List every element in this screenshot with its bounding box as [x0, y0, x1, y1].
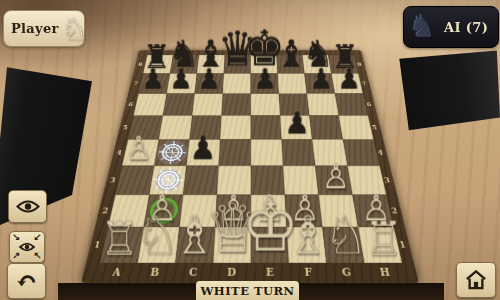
- piece-black-pawn-c7[interactable]: ♟: [197, 65, 220, 93]
- square-c6[interactable]: [192, 94, 223, 116]
- square-f8[interactable]: ♝: [276, 55, 304, 73]
- square-e5[interactable]: [251, 115, 282, 139]
- square-d4[interactable]: [219, 139, 251, 165]
- black-player-card: ♞ AI (7): [403, 6, 499, 48]
- square-g7[interactable]: ♟: [304, 74, 334, 94]
- piece-black-pawn-e7[interactable]: ♟: [253, 65, 276, 93]
- square-a7[interactable]: ♟: [139, 74, 170, 94]
- file-label-b: B: [135, 263, 176, 280]
- file-label-f: F: [289, 263, 329, 280]
- piece-black-pawn-f5[interactable]: ♟: [284, 108, 309, 139]
- square-b6[interactable]: [163, 94, 195, 116]
- piece-white-bishop-f1[interactable]: ♗: [286, 209, 329, 261]
- square-f7[interactable]: [278, 74, 307, 94]
- piece-black-pawn-g7[interactable]: ♟: [309, 65, 332, 93]
- arrow-inward-icon: ↗: [12, 251, 20, 261]
- square-e4[interactable]: [251, 139, 283, 165]
- square-h7[interactable]: ♟: [331, 74, 363, 94]
- view-toggle-button[interactable]: [8, 190, 47, 223]
- arrow-inward-icon: ↘: [12, 233, 20, 243]
- square-b5[interactable]: [159, 115, 192, 139]
- legal-move-highlight-b4[interactable]: [157, 141, 187, 163]
- square-h6[interactable]: [335, 94, 368, 116]
- square-d5[interactable]: [220, 115, 251, 139]
- square-d6[interactable]: [221, 94, 250, 116]
- square-g5[interactable]: [309, 115, 342, 139]
- square-b4[interactable]: [154, 139, 189, 165]
- piece-black-pawn-c4[interactable]: ♟: [189, 133, 216, 165]
- eye-arrows-icon: [19, 242, 35, 252]
- white-player-name: Player: [11, 21, 59, 36]
- square-h1[interactable]: ♖: [358, 227, 402, 263]
- square-d7[interactable]: [223, 74, 251, 94]
- black-knight-icon: ♞: [409, 12, 436, 42]
- file-label-g: G: [327, 263, 368, 280]
- file-label-d: D: [212, 263, 251, 280]
- piece-white-rook-h1[interactable]: ♖: [364, 216, 402, 262]
- file-label-c: C: [173, 263, 213, 280]
- white-knight-icon: ♘: [61, 14, 88, 44]
- piece-white-pawn-g3[interactable]: ♙: [321, 160, 349, 194]
- file-label-e: E: [251, 263, 290, 280]
- piece-black-pawn-b7[interactable]: ♟: [169, 65, 192, 93]
- square-a6[interactable]: [134, 94, 167, 116]
- square-c7[interactable]: ♟: [195, 74, 224, 94]
- square-b7[interactable]: ♟: [167, 74, 197, 94]
- black-player-name: AI (7): [444, 20, 488, 35]
- square-g3[interactable]: ♙: [315, 166, 352, 195]
- piece-white-knight-g1[interactable]: ♘: [324, 209, 367, 261]
- home-button[interactable]: [456, 262, 496, 298]
- square-g1[interactable]: ♘: [322, 227, 364, 263]
- undo-button[interactable]: ↶: [7, 263, 46, 299]
- undo-arrow-icon: ↶: [16, 268, 38, 294]
- file-label-h: H: [364, 263, 406, 280]
- board-frame: 87654321 87654321 ♜♞♝♛♚♝♞♜♟♟♟♟♟♟♟♙♟♙♙♙♙♙…: [80, 50, 420, 284]
- piece-white-rook-a1[interactable]: ♖: [100, 216, 138, 262]
- eye-icon: [16, 199, 40, 214]
- square-f1[interactable]: ♗: [287, 227, 327, 263]
- square-f4[interactable]: [281, 139, 315, 165]
- square-e1[interactable]: ♔: [251, 227, 289, 263]
- square-g6[interactable]: [307, 94, 339, 116]
- chess-app-screen: ♙ 87654321 87654321 ♜♞♝♛♚♝♞♜♟♟♟♟♟♟♟♙♟♙♙♙…: [0, 0, 500, 300]
- piece-white-knight-b1[interactable]: ♘: [135, 209, 178, 261]
- square-f5[interactable]: ♟: [280, 115, 312, 139]
- square-c4[interactable]: ♟: [186, 139, 220, 165]
- zoom-view-button[interactable]: ↘ ↙ ↗ ↖: [9, 231, 45, 263]
- arrow-inward-icon: ↖: [34, 251, 42, 261]
- piece-black-pawn-a7[interactable]: ♟: [141, 65, 164, 93]
- piece-white-pawn-a4[interactable]: ♙: [125, 133, 152, 165]
- home-icon: [465, 270, 487, 290]
- piece-black-pawn-h7[interactable]: ♟: [337, 65, 360, 93]
- file-labels: ABCDEFGH: [96, 263, 406, 280]
- square-e7[interactable]: ♟: [251, 74, 279, 94]
- square-a4[interactable]: ♙: [122, 139, 159, 165]
- white-player-card: Player ♘: [3, 10, 85, 47]
- turn-indicator: WHITE TURN: [196, 281, 299, 300]
- square-h5[interactable]: [339, 115, 374, 139]
- arrow-inward-icon: ↙: [34, 233, 42, 243]
- file-label-a: A: [96, 263, 138, 280]
- square-e6[interactable]: [251, 94, 280, 116]
- chess-board[interactable]: ♜♞♝♛♚♝♞♜♟♟♟♟♟♟♟♙♟♙♙♙♙♙♙♖♘♗♕♔♗♘♖: [100, 55, 402, 263]
